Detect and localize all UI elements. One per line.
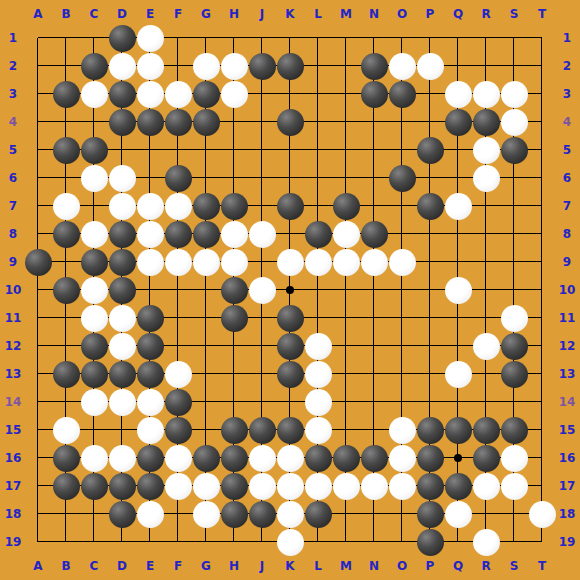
intersection-P11[interactable] xyxy=(416,304,444,332)
intersection-C12[interactable] xyxy=(80,332,108,360)
intersection-M16[interactable] xyxy=(332,444,360,472)
intersection-M5[interactable] xyxy=(332,136,360,164)
intersection-C10[interactable] xyxy=(80,276,108,304)
intersection-M17[interactable] xyxy=(332,472,360,500)
intersection-C7[interactable] xyxy=(80,192,108,220)
intersection-A5[interactable] xyxy=(24,136,52,164)
intersection-E1[interactable] xyxy=(136,24,164,52)
intersection-S16[interactable] xyxy=(500,444,528,472)
intersection-P2[interactable] xyxy=(416,52,444,80)
intersection-A2[interactable] xyxy=(24,52,52,80)
intersection-R3[interactable] xyxy=(472,80,500,108)
intersection-S17[interactable] xyxy=(500,472,528,500)
intersection-H19[interactable] xyxy=(220,528,248,556)
intersection-F13[interactable] xyxy=(164,360,192,388)
intersection-G10[interactable] xyxy=(192,276,220,304)
intersection-Q5[interactable] xyxy=(444,136,472,164)
intersection-C11[interactable] xyxy=(80,304,108,332)
intersection-C13[interactable] xyxy=(80,360,108,388)
intersection-S13[interactable] xyxy=(500,360,528,388)
intersection-M3[interactable] xyxy=(332,80,360,108)
intersection-J8[interactable] xyxy=(248,220,276,248)
intersection-L6[interactable] xyxy=(304,164,332,192)
intersection-M18[interactable] xyxy=(332,500,360,528)
intersection-R14[interactable] xyxy=(472,388,500,416)
intersection-E19[interactable] xyxy=(136,528,164,556)
intersection-E17[interactable] xyxy=(136,472,164,500)
intersection-T8[interactable] xyxy=(528,220,556,248)
intersection-H17[interactable] xyxy=(220,472,248,500)
intersection-N2[interactable] xyxy=(360,52,388,80)
intersection-R17[interactable] xyxy=(472,472,500,500)
intersection-S19[interactable] xyxy=(500,528,528,556)
intersection-F1[interactable] xyxy=(164,24,192,52)
intersection-D16[interactable] xyxy=(108,444,136,472)
intersection-G4[interactable] xyxy=(192,108,220,136)
intersection-G1[interactable] xyxy=(192,24,220,52)
intersection-T2[interactable] xyxy=(528,52,556,80)
intersection-F3[interactable] xyxy=(164,80,192,108)
intersection-E12[interactable] xyxy=(136,332,164,360)
intersection-N3[interactable] xyxy=(360,80,388,108)
intersection-B1[interactable] xyxy=(52,24,80,52)
intersection-G3[interactable] xyxy=(192,80,220,108)
intersection-P6[interactable] xyxy=(416,164,444,192)
intersection-J9[interactable] xyxy=(248,248,276,276)
intersection-G15[interactable] xyxy=(192,416,220,444)
intersection-R16[interactable] xyxy=(472,444,500,472)
intersection-J11[interactable] xyxy=(248,304,276,332)
intersection-G5[interactable] xyxy=(192,136,220,164)
intersection-G11[interactable] xyxy=(192,304,220,332)
intersection-D7[interactable] xyxy=(108,192,136,220)
intersection-D2[interactable] xyxy=(108,52,136,80)
intersection-O10[interactable] xyxy=(388,276,416,304)
intersection-B16[interactable] xyxy=(52,444,80,472)
intersection-J5[interactable] xyxy=(248,136,276,164)
intersection-J10[interactable] xyxy=(248,276,276,304)
intersection-F11[interactable] xyxy=(164,304,192,332)
intersection-O5[interactable] xyxy=(388,136,416,164)
intersection-D18[interactable] xyxy=(108,500,136,528)
intersection-P1[interactable] xyxy=(416,24,444,52)
intersection-N11[interactable] xyxy=(360,304,388,332)
intersection-M6[interactable] xyxy=(332,164,360,192)
intersection-F2[interactable] xyxy=(164,52,192,80)
intersection-K10[interactable] xyxy=(276,276,304,304)
intersection-K8[interactable] xyxy=(276,220,304,248)
intersection-G14[interactable] xyxy=(192,388,220,416)
intersection-C19[interactable] xyxy=(80,528,108,556)
intersection-J3[interactable] xyxy=(248,80,276,108)
intersection-M14[interactable] xyxy=(332,388,360,416)
intersection-A1[interactable] xyxy=(24,24,52,52)
intersection-D8[interactable] xyxy=(108,220,136,248)
intersection-E3[interactable] xyxy=(136,80,164,108)
intersection-N16[interactable] xyxy=(360,444,388,472)
intersection-B12[interactable] xyxy=(52,332,80,360)
intersection-O11[interactable] xyxy=(388,304,416,332)
intersection-D13[interactable] xyxy=(108,360,136,388)
intersection-L2[interactable] xyxy=(304,52,332,80)
intersection-L19[interactable] xyxy=(304,528,332,556)
intersection-D14[interactable] xyxy=(108,388,136,416)
intersection-G13[interactable] xyxy=(192,360,220,388)
intersection-A17[interactable] xyxy=(24,472,52,500)
intersection-L5[interactable] xyxy=(304,136,332,164)
intersection-C5[interactable] xyxy=(80,136,108,164)
intersection-A9[interactable] xyxy=(24,248,52,276)
intersection-J1[interactable] xyxy=(248,24,276,52)
intersection-B17[interactable] xyxy=(52,472,80,500)
intersection-J2[interactable] xyxy=(248,52,276,80)
intersection-S11[interactable] xyxy=(500,304,528,332)
intersection-R9[interactable] xyxy=(472,248,500,276)
intersection-E5[interactable] xyxy=(136,136,164,164)
intersection-T13[interactable] xyxy=(528,360,556,388)
intersection-G9[interactable] xyxy=(192,248,220,276)
intersection-P4[interactable] xyxy=(416,108,444,136)
intersection-T5[interactable] xyxy=(528,136,556,164)
intersection-R11[interactable] xyxy=(472,304,500,332)
intersection-D5[interactable] xyxy=(108,136,136,164)
intersection-A14[interactable] xyxy=(24,388,52,416)
intersection-R10[interactable] xyxy=(472,276,500,304)
intersection-O7[interactable] xyxy=(388,192,416,220)
intersection-C15[interactable] xyxy=(80,416,108,444)
intersection-B6[interactable] xyxy=(52,164,80,192)
intersection-K13[interactable] xyxy=(276,360,304,388)
intersection-B19[interactable] xyxy=(52,528,80,556)
intersection-Q7[interactable] xyxy=(444,192,472,220)
intersection-A13[interactable] xyxy=(24,360,52,388)
intersection-D10[interactable] xyxy=(108,276,136,304)
intersection-H1[interactable] xyxy=(220,24,248,52)
intersection-E16[interactable] xyxy=(136,444,164,472)
intersection-H14[interactable] xyxy=(220,388,248,416)
intersection-J15[interactable] xyxy=(248,416,276,444)
intersection-P19[interactable] xyxy=(416,528,444,556)
intersection-L4[interactable] xyxy=(304,108,332,136)
intersection-G2[interactable] xyxy=(192,52,220,80)
intersection-M10[interactable] xyxy=(332,276,360,304)
intersection-B5[interactable] xyxy=(52,136,80,164)
intersection-M7[interactable] xyxy=(332,192,360,220)
intersection-T16[interactable] xyxy=(528,444,556,472)
intersection-C17[interactable] xyxy=(80,472,108,500)
intersection-F4[interactable] xyxy=(164,108,192,136)
intersection-O17[interactable] xyxy=(388,472,416,500)
intersection-C14[interactable] xyxy=(80,388,108,416)
intersection-Q2[interactable] xyxy=(444,52,472,80)
intersection-C16[interactable] xyxy=(80,444,108,472)
intersection-F7[interactable] xyxy=(164,192,192,220)
intersection-O13[interactable] xyxy=(388,360,416,388)
intersection-L8[interactable] xyxy=(304,220,332,248)
intersection-A11[interactable] xyxy=(24,304,52,332)
intersection-B9[interactable] xyxy=(52,248,80,276)
intersection-C6[interactable] xyxy=(80,164,108,192)
intersection-F16[interactable] xyxy=(164,444,192,472)
intersection-O1[interactable] xyxy=(388,24,416,52)
intersection-F10[interactable] xyxy=(164,276,192,304)
intersection-A3[interactable] xyxy=(24,80,52,108)
intersection-H2[interactable] xyxy=(220,52,248,80)
intersection-L12[interactable] xyxy=(304,332,332,360)
intersection-K7[interactable] xyxy=(276,192,304,220)
intersection-K12[interactable] xyxy=(276,332,304,360)
intersection-G17[interactable] xyxy=(192,472,220,500)
intersection-M1[interactable] xyxy=(332,24,360,52)
intersection-O8[interactable] xyxy=(388,220,416,248)
intersection-A19[interactable] xyxy=(24,528,52,556)
intersection-K2[interactable] xyxy=(276,52,304,80)
intersection-E14[interactable] xyxy=(136,388,164,416)
intersection-K9[interactable] xyxy=(276,248,304,276)
intersection-A16[interactable] xyxy=(24,444,52,472)
intersection-Q6[interactable] xyxy=(444,164,472,192)
intersection-D12[interactable] xyxy=(108,332,136,360)
intersection-H7[interactable] xyxy=(220,192,248,220)
intersection-H12[interactable] xyxy=(220,332,248,360)
intersection-K14[interactable] xyxy=(276,388,304,416)
intersection-E4[interactable] xyxy=(136,108,164,136)
intersection-J19[interactable] xyxy=(248,528,276,556)
intersection-S12[interactable] xyxy=(500,332,528,360)
intersection-K19[interactable] xyxy=(276,528,304,556)
intersection-Q17[interactable] xyxy=(444,472,472,500)
intersection-P14[interactable] xyxy=(416,388,444,416)
intersection-K6[interactable] xyxy=(276,164,304,192)
intersection-N13[interactable] xyxy=(360,360,388,388)
intersection-O3[interactable] xyxy=(388,80,416,108)
intersection-M4[interactable] xyxy=(332,108,360,136)
intersection-K3[interactable] xyxy=(276,80,304,108)
intersection-N1[interactable] xyxy=(360,24,388,52)
intersection-D4[interactable] xyxy=(108,108,136,136)
intersection-R15[interactable] xyxy=(472,416,500,444)
intersection-O19[interactable] xyxy=(388,528,416,556)
intersection-R2[interactable] xyxy=(472,52,500,80)
intersection-P7[interactable] xyxy=(416,192,444,220)
intersection-H9[interactable] xyxy=(220,248,248,276)
intersection-K15[interactable] xyxy=(276,416,304,444)
intersection-B4[interactable] xyxy=(52,108,80,136)
intersection-N18[interactable] xyxy=(360,500,388,528)
intersection-K18[interactable] xyxy=(276,500,304,528)
intersection-N15[interactable] xyxy=(360,416,388,444)
intersection-P13[interactable] xyxy=(416,360,444,388)
intersection-H11[interactable] xyxy=(220,304,248,332)
intersection-S5[interactable] xyxy=(500,136,528,164)
intersection-S8[interactable] xyxy=(500,220,528,248)
intersection-B15[interactable] xyxy=(52,416,80,444)
intersection-K1[interactable] xyxy=(276,24,304,52)
intersection-S14[interactable] xyxy=(500,388,528,416)
intersection-D3[interactable] xyxy=(108,80,136,108)
intersection-O16[interactable] xyxy=(388,444,416,472)
intersection-D6[interactable] xyxy=(108,164,136,192)
intersection-L15[interactable] xyxy=(304,416,332,444)
intersection-T11[interactable] xyxy=(528,304,556,332)
intersection-K16[interactable] xyxy=(276,444,304,472)
intersection-N6[interactable] xyxy=(360,164,388,192)
intersection-O14[interactable] xyxy=(388,388,416,416)
intersection-F8[interactable] xyxy=(164,220,192,248)
intersection-E11[interactable] xyxy=(136,304,164,332)
intersection-F6[interactable] xyxy=(164,164,192,192)
intersection-T3[interactable] xyxy=(528,80,556,108)
intersection-R4[interactable] xyxy=(472,108,500,136)
intersection-Q8[interactable] xyxy=(444,220,472,248)
intersection-G16[interactable] xyxy=(192,444,220,472)
intersection-M2[interactable] xyxy=(332,52,360,80)
intersection-A15[interactable] xyxy=(24,416,52,444)
intersection-N12[interactable] xyxy=(360,332,388,360)
intersection-Q13[interactable] xyxy=(444,360,472,388)
intersection-S2[interactable] xyxy=(500,52,528,80)
intersection-A10[interactable] xyxy=(24,276,52,304)
intersection-N10[interactable] xyxy=(360,276,388,304)
intersection-F9[interactable] xyxy=(164,248,192,276)
intersection-L3[interactable] xyxy=(304,80,332,108)
intersection-E7[interactable] xyxy=(136,192,164,220)
intersection-C4[interactable] xyxy=(80,108,108,136)
intersection-E15[interactable] xyxy=(136,416,164,444)
intersection-R5[interactable] xyxy=(472,136,500,164)
intersection-J6[interactable] xyxy=(248,164,276,192)
intersection-L10[interactable] xyxy=(304,276,332,304)
intersection-D17[interactable] xyxy=(108,472,136,500)
intersection-R8[interactable] xyxy=(472,220,500,248)
intersection-D1[interactable] xyxy=(108,24,136,52)
intersection-F14[interactable] xyxy=(164,388,192,416)
intersection-A8[interactable] xyxy=(24,220,52,248)
intersection-C9[interactable] xyxy=(80,248,108,276)
intersection-J12[interactable] xyxy=(248,332,276,360)
intersection-S6[interactable] xyxy=(500,164,528,192)
intersection-M9[interactable] xyxy=(332,248,360,276)
intersection-Q12[interactable] xyxy=(444,332,472,360)
intersection-T15[interactable] xyxy=(528,416,556,444)
intersection-J14[interactable] xyxy=(248,388,276,416)
intersection-S9[interactable] xyxy=(500,248,528,276)
intersection-J13[interactable] xyxy=(248,360,276,388)
intersection-M12[interactable] xyxy=(332,332,360,360)
intersection-C3[interactable] xyxy=(80,80,108,108)
intersection-P12[interactable] xyxy=(416,332,444,360)
intersection-O4[interactable] xyxy=(388,108,416,136)
intersection-M8[interactable] xyxy=(332,220,360,248)
intersection-E6[interactable] xyxy=(136,164,164,192)
intersection-O18[interactable] xyxy=(388,500,416,528)
intersection-K4[interactable] xyxy=(276,108,304,136)
intersection-O15[interactable] xyxy=(388,416,416,444)
intersection-T19[interactable] xyxy=(528,528,556,556)
intersection-E8[interactable] xyxy=(136,220,164,248)
intersection-F18[interactable] xyxy=(164,500,192,528)
intersection-H8[interactable] xyxy=(220,220,248,248)
intersection-G19[interactable] xyxy=(192,528,220,556)
intersection-G12[interactable] xyxy=(192,332,220,360)
intersection-E13[interactable] xyxy=(136,360,164,388)
intersection-B18[interactable] xyxy=(52,500,80,528)
intersection-J7[interactable] xyxy=(248,192,276,220)
intersection-T6[interactable] xyxy=(528,164,556,192)
intersection-Q4[interactable] xyxy=(444,108,472,136)
intersection-E18[interactable] xyxy=(136,500,164,528)
go-board[interactable] xyxy=(24,24,556,556)
intersection-E9[interactable] xyxy=(136,248,164,276)
intersection-Q1[interactable] xyxy=(444,24,472,52)
intersection-B2[interactable] xyxy=(52,52,80,80)
intersection-G8[interactable] xyxy=(192,220,220,248)
intersection-B3[interactable] xyxy=(52,80,80,108)
intersection-Q9[interactable] xyxy=(444,248,472,276)
intersection-P8[interactable] xyxy=(416,220,444,248)
intersection-J17[interactable] xyxy=(248,472,276,500)
intersection-A4[interactable] xyxy=(24,108,52,136)
intersection-P15[interactable] xyxy=(416,416,444,444)
intersection-D15[interactable] xyxy=(108,416,136,444)
intersection-K17[interactable] xyxy=(276,472,304,500)
intersection-M15[interactable] xyxy=(332,416,360,444)
intersection-G7[interactable] xyxy=(192,192,220,220)
intersection-T18[interactable] xyxy=(528,500,556,528)
intersection-T7[interactable] xyxy=(528,192,556,220)
intersection-L18[interactable] xyxy=(304,500,332,528)
intersection-T10[interactable] xyxy=(528,276,556,304)
intersection-M13[interactable] xyxy=(332,360,360,388)
intersection-H3[interactable] xyxy=(220,80,248,108)
intersection-T9[interactable] xyxy=(528,248,556,276)
intersection-R7[interactable] xyxy=(472,192,500,220)
intersection-G6[interactable] xyxy=(192,164,220,192)
intersection-Q14[interactable] xyxy=(444,388,472,416)
intersection-F5[interactable] xyxy=(164,136,192,164)
intersection-L17[interactable] xyxy=(304,472,332,500)
intersection-T17[interactable] xyxy=(528,472,556,500)
intersection-J4[interactable] xyxy=(248,108,276,136)
intersection-Q15[interactable] xyxy=(444,416,472,444)
intersection-B10[interactable] xyxy=(52,276,80,304)
intersection-Q16[interactable] xyxy=(444,444,472,472)
intersection-L13[interactable] xyxy=(304,360,332,388)
intersection-O12[interactable] xyxy=(388,332,416,360)
intersection-P3[interactable] xyxy=(416,80,444,108)
intersection-H13[interactable] xyxy=(220,360,248,388)
intersection-S18[interactable] xyxy=(500,500,528,528)
intersection-N19[interactable] xyxy=(360,528,388,556)
intersection-A7[interactable] xyxy=(24,192,52,220)
intersection-M19[interactable] xyxy=(332,528,360,556)
intersection-H5[interactable] xyxy=(220,136,248,164)
intersection-S3[interactable] xyxy=(500,80,528,108)
intersection-B7[interactable] xyxy=(52,192,80,220)
intersection-J18[interactable] xyxy=(248,500,276,528)
intersection-Q11[interactable] xyxy=(444,304,472,332)
intersection-N14[interactable] xyxy=(360,388,388,416)
intersection-O6[interactable] xyxy=(388,164,416,192)
intersection-T4[interactable] xyxy=(528,108,556,136)
intersection-Q10[interactable] xyxy=(444,276,472,304)
intersection-H10[interactable] xyxy=(220,276,248,304)
intersection-N4[interactable] xyxy=(360,108,388,136)
intersection-B11[interactable] xyxy=(52,304,80,332)
intersection-B14[interactable] xyxy=(52,388,80,416)
intersection-N17[interactable] xyxy=(360,472,388,500)
intersection-A18[interactable] xyxy=(24,500,52,528)
